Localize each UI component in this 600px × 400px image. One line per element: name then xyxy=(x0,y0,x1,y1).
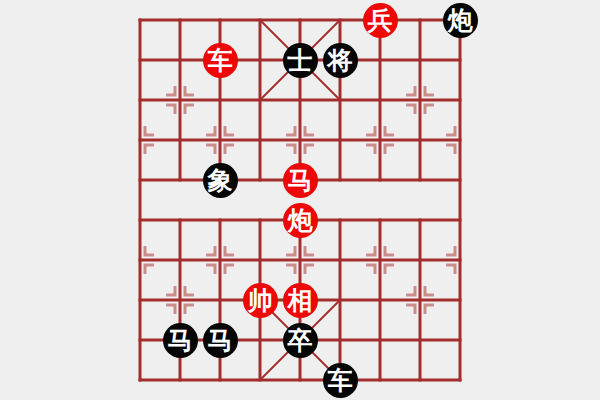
piece-red-general[interactable]: 帅 xyxy=(243,283,278,318)
piece-red-cannon[interactable]: 炮 xyxy=(283,203,318,238)
piece-black-horse[interactable]: 马 xyxy=(163,323,198,358)
piece-black-advisor[interactable]: 士 xyxy=(283,43,318,78)
piece-black-general[interactable]: 将 xyxy=(323,43,358,78)
piece-red-soldier[interactable]: 兵 xyxy=(363,3,398,38)
board-intersections: 兵炮车士将象马炮帅相马马卒车 xyxy=(120,0,480,400)
piece-red-elephant[interactable]: 相 xyxy=(283,283,318,318)
piece-black-chariot[interactable]: 车 xyxy=(323,363,358,398)
piece-black-horse[interactable]: 马 xyxy=(203,323,238,358)
piece-black-cannon[interactable]: 炮 xyxy=(443,3,478,38)
piece-red-chariot[interactable]: 车 xyxy=(203,43,238,78)
piece-black-soldier[interactable]: 卒 xyxy=(283,323,318,358)
xiangqi-board: 兵炮车士将象马炮帅相马马卒车 xyxy=(0,0,600,400)
piece-red-horse[interactable]: 马 xyxy=(283,163,318,198)
piece-black-elephant[interactable]: 象 xyxy=(203,163,238,198)
